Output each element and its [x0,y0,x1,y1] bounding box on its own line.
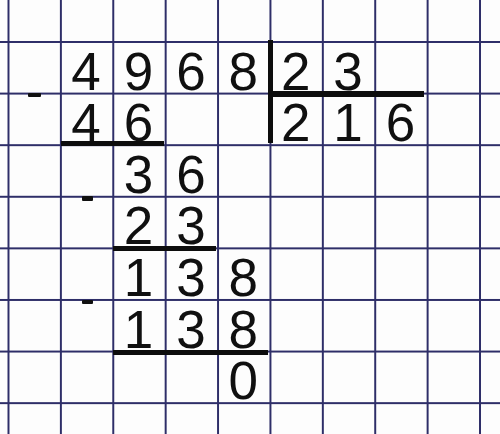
digit-cell-r1c7: 6 [374,100,426,145]
digit-cell-r4c4: 8 [217,255,269,300]
digit-cell-r5c2: 1 [112,307,164,352]
digit-cell-r0c6: 3 [322,49,374,94]
digit-cell-r2c2: 3 [112,152,164,197]
digit-cell-r0c3: 6 [165,49,217,94]
digit-cell-r2c3: 6 [165,152,217,197]
digit-cell-r0c1: 4 [60,49,112,94]
digit-cell-r0c4: 8 [217,49,269,94]
digit-cell-r5c3: 3 [165,307,217,352]
digit-cell-r1c6: 1 [322,100,374,145]
digit-cell-r1c5: 2 [270,100,322,145]
subtraction-underline-46 [61,141,164,146]
digit-cell-r1c2: 6 [112,100,164,145]
digit-cell-r1c1: 4 [60,100,112,145]
digit-cell-r5c4: 8 [217,307,269,352]
digit-cell-r0c5: 2 [270,49,322,94]
digit-cell-r0c2: 9 [112,49,164,94]
subtraction-underline-138 [113,350,268,355]
minus-sign-step-1 [28,93,41,98]
minus-sign-step-2 [82,196,93,201]
divisor-underline [268,91,424,97]
minus-sign-step-3 [82,300,93,305]
long-division-worksheet: 4968234621636231381380 [0,0,500,434]
digit-cell-r6c4: 0 [217,358,269,403]
digit-cell-r3c3: 3 [165,203,217,248]
digit-cell-r4c2: 1 [112,255,164,300]
digit-cell-r4c3: 3 [165,255,217,300]
digit-cell-r3c2: 2 [112,203,164,248]
subtraction-underline-23 [113,246,216,251]
